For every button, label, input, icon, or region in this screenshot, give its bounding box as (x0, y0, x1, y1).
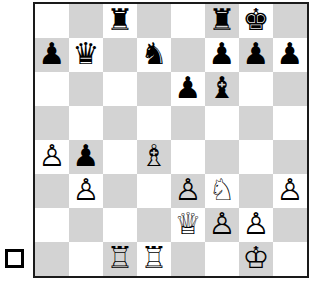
square-b7[interactable]: ♛ (69, 38, 103, 72)
square-h8[interactable] (273, 4, 307, 38)
square-g1[interactable]: ♔ (239, 242, 273, 276)
square-g2[interactable]: ♙ (239, 208, 273, 242)
piece-white-king[interactable]: ♔ (243, 242, 270, 275)
square-c8[interactable]: ♜ (103, 4, 137, 38)
square-h7[interactable]: ♟ (273, 38, 307, 72)
piece-white-pawn[interactable]: ♙ (73, 174, 100, 207)
square-h5[interactable] (273, 106, 307, 140)
piece-white-queen[interactable]: ♕ (175, 208, 202, 241)
piece-black-pawn[interactable]: ♟ (209, 38, 236, 71)
piece-black-knight[interactable]: ♞ (141, 38, 168, 71)
square-b3[interactable]: ♙ (69, 174, 103, 208)
piece-black-rook[interactable]: ♜ (209, 4, 236, 37)
square-g8[interactable]: ♚ (239, 4, 273, 38)
square-d6[interactable] (137, 72, 171, 106)
piece-black-queen[interactable]: ♛ (73, 38, 100, 71)
square-b2[interactable] (69, 208, 103, 242)
square-e1[interactable] (171, 242, 205, 276)
square-c4[interactable] (103, 140, 137, 174)
piece-black-pawn[interactable]: ♟ (243, 38, 270, 71)
piece-black-pawn[interactable]: ♟ (277, 38, 304, 71)
square-g3[interactable] (239, 174, 273, 208)
square-h4[interactable] (273, 140, 307, 174)
piece-white-pawn[interactable]: ♙ (39, 140, 66, 173)
piece-black-king[interactable]: ♚ (243, 4, 270, 37)
square-b4[interactable]: ♟ (69, 140, 103, 174)
piece-white-bishop[interactable]: ♗ (141, 140, 168, 173)
square-a5[interactable] (35, 106, 69, 140)
square-d1[interactable]: ♖ (137, 242, 171, 276)
square-b6[interactable] (69, 72, 103, 106)
square-d2[interactable] (137, 208, 171, 242)
square-g7[interactable]: ♟ (239, 38, 273, 72)
piece-black-pawn[interactable]: ♟ (73, 140, 100, 173)
square-g6[interactable] (239, 72, 273, 106)
square-a4[interactable]: ♙ (35, 140, 69, 174)
square-e6[interactable]: ♟ (171, 72, 205, 106)
square-e4[interactable] (171, 140, 205, 174)
square-c6[interactable] (103, 72, 137, 106)
square-b5[interactable] (69, 106, 103, 140)
square-g5[interactable] (239, 106, 273, 140)
square-e8[interactable] (171, 4, 205, 38)
piece-white-rook[interactable]: ♖ (141, 242, 168, 275)
piece-white-pawn[interactable]: ♙ (209, 208, 236, 241)
square-h2[interactable] (273, 208, 307, 242)
square-f6[interactable]: ♝ (205, 72, 239, 106)
square-f5[interactable] (205, 106, 239, 140)
square-f7[interactable]: ♟ (205, 38, 239, 72)
square-c1[interactable]: ♖ (103, 242, 137, 276)
square-b8[interactable] (69, 4, 103, 38)
square-e3[interactable]: ♙ (171, 174, 205, 208)
chess-diagram: ♜♜♚♟♛♞♟♟♟♟♝♙♟♗♙♙♘♙♕♙♙♖♖♔ (0, 0, 309, 285)
piece-white-pawn[interactable]: ♙ (243, 208, 270, 241)
square-a8[interactable] (35, 4, 69, 38)
square-d5[interactable] (137, 106, 171, 140)
piece-black-pawn[interactable]: ♟ (39, 38, 66, 71)
chess-board: ♜♜♚♟♛♞♟♟♟♟♝♙♟♗♙♙♘♙♕♙♙♖♖♔ (33, 2, 309, 278)
piece-white-pawn[interactable]: ♙ (175, 174, 202, 207)
square-e5[interactable] (171, 106, 205, 140)
square-a2[interactable] (35, 208, 69, 242)
square-a3[interactable] (35, 174, 69, 208)
piece-black-pawn[interactable]: ♟ (175, 72, 202, 105)
square-f8[interactable]: ♜ (205, 4, 239, 38)
square-d3[interactable] (137, 174, 171, 208)
square-a7[interactable]: ♟ (35, 38, 69, 72)
square-f1[interactable] (205, 242, 239, 276)
square-h6[interactable] (273, 72, 307, 106)
square-b1[interactable] (69, 242, 103, 276)
white-to-move-indicator (5, 249, 24, 268)
square-e7[interactable] (171, 38, 205, 72)
piece-white-knight[interactable]: ♘ (209, 174, 236, 207)
square-h1[interactable] (273, 242, 307, 276)
square-c2[interactable] (103, 208, 137, 242)
square-g4[interactable] (239, 140, 273, 174)
piece-white-pawn[interactable]: ♙ (277, 174, 304, 207)
square-h3[interactable]: ♙ (273, 174, 307, 208)
square-a6[interactable] (35, 72, 69, 106)
square-a1[interactable] (35, 242, 69, 276)
piece-black-rook[interactable]: ♜ (107, 4, 134, 37)
piece-black-bishop[interactable]: ♝ (209, 72, 236, 105)
square-d4[interactable]: ♗ (137, 140, 171, 174)
square-f4[interactable] (205, 140, 239, 174)
square-c5[interactable] (103, 106, 137, 140)
square-d8[interactable] (137, 4, 171, 38)
square-d7[interactable]: ♞ (137, 38, 171, 72)
piece-white-rook[interactable]: ♖ (107, 242, 134, 275)
square-c7[interactable] (103, 38, 137, 72)
square-c3[interactable] (103, 174, 137, 208)
square-e2[interactable]: ♕ (171, 208, 205, 242)
square-f3[interactable]: ♘ (205, 174, 239, 208)
square-f2[interactable]: ♙ (205, 208, 239, 242)
